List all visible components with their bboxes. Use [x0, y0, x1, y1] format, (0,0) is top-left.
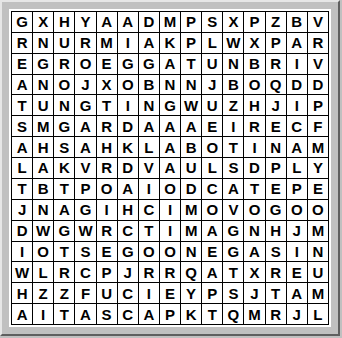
grid-cell-r13c2[interactable]: L: [33, 262, 53, 282]
grid-cell-r12c13[interactable]: S: [266, 242, 286, 262]
grid-cell-r3c7[interactable]: G: [139, 54, 159, 74]
grid-cell-r13c13[interactable]: R: [266, 262, 286, 282]
grid-cell-r11c12[interactable]: N: [244, 221, 264, 241]
grid-cell-r2c3[interactable]: U: [54, 33, 74, 53]
grid-cell-r14c3[interactable]: Z: [54, 283, 74, 303]
grid-cell-r15c7[interactable]: A: [139, 304, 159, 324]
grid-cell-r13c9[interactable]: Q: [181, 262, 201, 282]
grid-cell-r1c2[interactable]: X: [33, 12, 53, 32]
grid-cell-r7c15[interactable]: M: [308, 137, 328, 157]
grid-cell-r13c14[interactable]: E: [287, 262, 307, 282]
grid-cell-r11c14[interactable]: J: [287, 221, 307, 241]
grid-cell-r1c7[interactable]: D: [139, 12, 159, 32]
grid-cell-r12c7[interactable]: O: [139, 242, 159, 262]
grid-cell-r13c15[interactable]: U: [308, 262, 328, 282]
grid-cell-r13c8[interactable]: R: [160, 262, 180, 282]
grid-cell-r5c15[interactable]: P: [308, 95, 328, 115]
grid-cell-r1c4[interactable]: Y: [75, 12, 95, 32]
grid-cell-r14c11[interactable]: S: [223, 283, 243, 303]
grid-cell-r14c5[interactable]: U: [97, 283, 117, 303]
grid-cell-r8c14[interactable]: L: [287, 158, 307, 178]
grid-cell-r11c5[interactable]: R: [97, 221, 117, 241]
grid-cell-r6c4[interactable]: A: [75, 116, 95, 136]
grid-cell-r13c11[interactable]: T: [223, 262, 243, 282]
grid-cell-r15c13[interactable]: R: [266, 304, 286, 324]
grid-cell-r12c4[interactable]: S: [75, 242, 95, 262]
grid-cell-r7c6[interactable]: K: [118, 137, 138, 157]
grid-cell-r4c12[interactable]: O: [244, 75, 264, 95]
grid-cell-r12c14[interactable]: I: [287, 242, 307, 262]
grid-cell-r10c15[interactable]: O: [308, 200, 328, 220]
grid-cell-r12c15[interactable]: N: [308, 242, 328, 262]
grid-cell-r12c9[interactable]: N: [181, 242, 201, 262]
grid-cell-r10c6[interactable]: H: [118, 200, 138, 220]
grid-cell-r11c9[interactable]: M: [181, 221, 201, 241]
grid-cell-r9c3[interactable]: T: [54, 179, 74, 199]
grid-cell-r15c11[interactable]: Q: [223, 304, 243, 324]
grid-cell-r2c5[interactable]: M: [97, 33, 117, 53]
grid-cell-r13c7[interactable]: R: [139, 262, 159, 282]
grid-mat: GXHYAADMPSXPZBVRNURMIAKPLWXPAREGROEGGATU…: [9, 9, 331, 327]
grid-cell-r11c7[interactable]: T: [139, 221, 159, 241]
grid-cell-r9c6[interactable]: A: [118, 179, 138, 199]
grid-cell-r9c12[interactable]: T: [244, 179, 264, 199]
grid-cell-r12c8[interactable]: O: [160, 242, 180, 262]
grid-cell-r12c6[interactable]: G: [118, 242, 138, 262]
grid-cell-r5c3[interactable]: N: [54, 95, 74, 115]
grid-cell-r3c1[interactable]: E: [12, 54, 32, 74]
grid-cell-r14c9[interactable]: Y: [181, 283, 201, 303]
grid-cell-r13c4[interactable]: C: [75, 262, 95, 282]
grid-cell-r15c6[interactable]: C: [118, 304, 138, 324]
grid-cell-r9c1[interactable]: T: [12, 179, 32, 199]
grid-cell-r3c8[interactable]: A: [160, 54, 180, 74]
grid-cell-r4c15[interactable]: D: [308, 75, 328, 95]
grid-cell-r10c12[interactable]: O: [244, 200, 264, 220]
grid-cell-r12c10[interactable]: E: [202, 242, 222, 262]
grid-cell-r6c6[interactable]: D: [118, 116, 138, 136]
grid-cell-r8c7[interactable]: V: [139, 158, 159, 178]
grid-cell-r8c13[interactable]: P: [266, 158, 286, 178]
grid-cell-r6c3[interactable]: G: [54, 116, 74, 136]
grid-cell-r3c10[interactable]: U: [202, 54, 222, 74]
grid-cell-r8c5[interactable]: R: [97, 158, 117, 178]
grid-cell-r4c8[interactable]: N: [160, 75, 180, 95]
grid-cell-r7c1[interactable]: A: [12, 137, 32, 157]
grid-cell-r8c1[interactable]: L: [12, 158, 32, 178]
grid-cell-r11c4[interactable]: W: [75, 221, 95, 241]
grid-cell-r6c7[interactable]: A: [139, 116, 159, 136]
grid-cell-r14c12[interactable]: J: [244, 283, 264, 303]
grid-cell-r10c2[interactable]: N: [33, 200, 53, 220]
grid-cell-r13c6[interactable]: J: [118, 262, 138, 282]
grid-cell-r2c1[interactable]: R: [12, 33, 32, 53]
grid-cell-r4c11[interactable]: B: [223, 75, 243, 95]
grid-cell-r11c13[interactable]: H: [266, 221, 286, 241]
grid-cell-r2c13[interactable]: P: [266, 33, 286, 53]
grid-cell-r12c5[interactable]: E: [97, 242, 117, 262]
puzzle-frame: GXHYAADMPSXPZBVRNURMIAKPLWXPAREGROEGGATU…: [0, 0, 342, 338]
grid-cell-r4c3[interactable]: O: [54, 75, 74, 95]
grid-cell-r2c7[interactable]: A: [139, 33, 159, 53]
grid-cell-r14c2[interactable]: Z: [33, 283, 53, 303]
grid-cell-r3c5[interactable]: E: [97, 54, 117, 74]
grid-cell-r7c14[interactable]: A: [287, 137, 307, 157]
grid-cell-r8c15[interactable]: Y: [308, 158, 328, 178]
grid-cell-r10c1[interactable]: J: [12, 200, 32, 220]
grid-cell-r4c5[interactable]: X: [97, 75, 117, 95]
grid-cell-r15c15[interactable]: L: [308, 304, 328, 324]
grid-cell-r13c3[interactable]: R: [54, 262, 74, 282]
grid-cell-r14c14[interactable]: A: [287, 283, 307, 303]
grid-cell-r8c10[interactable]: L: [202, 158, 222, 178]
grid-cell-r11c1[interactable]: D: [12, 221, 32, 241]
grid-cell-r5c2[interactable]: U: [33, 95, 53, 115]
grid-cell-r3c14[interactable]: I: [287, 54, 307, 74]
grid-cell-r5c7[interactable]: N: [139, 95, 159, 115]
grid-cell-r4c1[interactable]: A: [12, 75, 32, 95]
grid-cell-r11c11[interactable]: G: [223, 221, 243, 241]
grid-cell-r7c4[interactable]: A: [75, 137, 95, 157]
grid-cell-r10c8[interactable]: I: [160, 200, 180, 220]
grid-cell-r8c2[interactable]: A: [33, 158, 53, 178]
grid-cell-r5c1[interactable]: T: [12, 95, 32, 115]
grid-cell-r5c8[interactable]: G: [160, 95, 180, 115]
grid-cell-r2c11[interactable]: W: [223, 33, 243, 53]
grid-cell-r5c13[interactable]: J: [266, 95, 286, 115]
grid-cell-r5c10[interactable]: U: [202, 95, 222, 115]
grid-cell-r2c10[interactable]: L: [202, 33, 222, 53]
grid-cell-r10c10[interactable]: O: [202, 200, 222, 220]
grid-cell-r3c13[interactable]: R: [266, 54, 286, 74]
grid-cell-r1c1[interactable]: G: [12, 12, 32, 32]
grid-cell-r3c3[interactable]: R: [54, 54, 74, 74]
grid-cell-r12c2[interactable]: O: [33, 242, 53, 262]
grid-cell-r9c15[interactable]: E: [308, 179, 328, 199]
grid-cell-r2c6[interactable]: I: [118, 33, 138, 53]
grid-cell-r2c2[interactable]: N: [33, 33, 53, 53]
grid-cell-r1c11[interactable]: X: [223, 12, 243, 32]
grid-cell-r10c5[interactable]: I: [97, 200, 117, 220]
grid-cell-r1c6[interactable]: A: [118, 12, 138, 32]
grid-cell-r2c15[interactable]: R: [308, 33, 328, 53]
grid-cell-r7c9[interactable]: B: [181, 137, 201, 157]
grid-cell-r13c5[interactable]: P: [97, 262, 117, 282]
grid-cell-r1c14[interactable]: B: [287, 12, 307, 32]
grid-cell-r6c5[interactable]: R: [97, 116, 117, 136]
grid-cell-r11c15[interactable]: M: [308, 221, 328, 241]
grid-cell-r2c9[interactable]: P: [181, 33, 201, 53]
grid-cell-r6c11[interactable]: I: [223, 116, 243, 136]
grid-cell-r3c2[interactable]: G: [33, 54, 53, 74]
grid-cell-r5c4[interactable]: G: [75, 95, 95, 115]
grid-cell-r15c5[interactable]: S: [97, 304, 117, 324]
grid-cell-r9c4[interactable]: P: [75, 179, 95, 199]
grid-cell-r1c15[interactable]: V: [308, 12, 328, 32]
puzzle-frame-bevel: GXHYAADMPSXPZBVRNURMIAKPLWXPAREGROEGGATU…: [0, 0, 340, 336]
grid-cell-r3c9[interactable]: T: [181, 54, 201, 74]
grid-cell-r15c8[interactable]: P: [160, 304, 180, 324]
grid-cell-r15c4[interactable]: A: [75, 304, 95, 324]
grid-cell-r15c14[interactable]: J: [287, 304, 307, 324]
grid-cell-r7c11[interactable]: T: [223, 137, 243, 157]
grid-cell-r10c14[interactable]: O: [287, 200, 307, 220]
grid-cell-r1c12[interactable]: P: [244, 12, 264, 32]
grid-cell-r7c5[interactable]: H: [97, 137, 117, 157]
grid-cell-r6c2[interactable]: M: [33, 116, 53, 136]
grid-cell-r8c12[interactable]: D: [244, 158, 264, 178]
grid-cell-r14c13[interactable]: T: [266, 283, 286, 303]
grid-cell-r6c1[interactable]: S: [12, 116, 32, 136]
grid-cell-r5c14[interactable]: I: [287, 95, 307, 115]
grid-cell-r1c8[interactable]: M: [160, 12, 180, 32]
grid-cell-r6c8[interactable]: A: [160, 116, 180, 136]
grid-cell-r2c4[interactable]: R: [75, 33, 95, 53]
grid-cell-r14c10[interactable]: P: [202, 283, 222, 303]
grid-cell-r12c3[interactable]: T: [54, 242, 74, 262]
grid-cell-r9c13[interactable]: E: [266, 179, 286, 199]
grid-cell-r6c15[interactable]: F: [308, 116, 328, 136]
grid-cell-r8c11[interactable]: S: [223, 158, 243, 178]
grid-cell-r1c5[interactable]: A: [97, 12, 117, 32]
grid-cell-r14c7[interactable]: I: [139, 283, 159, 303]
grid-cell-r10c13[interactable]: G: [266, 200, 286, 220]
grid-cell-r5c12[interactable]: H: [244, 95, 264, 115]
grid-cell-r7c12[interactable]: I: [244, 137, 264, 157]
grid-cell-r11c2[interactable]: W: [33, 221, 53, 241]
grid-cell-r15c9[interactable]: K: [181, 304, 201, 324]
grid-cell-r2c12[interactable]: X: [244, 33, 264, 53]
grid-cell-r9c9[interactable]: D: [181, 179, 201, 199]
grid-cell-r7c2[interactable]: H: [33, 137, 53, 157]
grid-cell-r10c3[interactable]: A: [54, 200, 74, 220]
grid-cell-r3c11[interactable]: N: [223, 54, 243, 74]
grid-cell-r7c3[interactable]: S: [54, 137, 74, 157]
grid-cell-r10c11[interactable]: V: [223, 200, 243, 220]
grid-cell-r7c7[interactable]: L: [139, 137, 159, 157]
grid-cell-r4c4[interactable]: J: [75, 75, 95, 95]
grid-cell-r3c6[interactable]: G: [118, 54, 138, 74]
grid-cell-r4c2[interactable]: N: [33, 75, 53, 95]
grid-cell-r11c6[interactable]: C: [118, 221, 138, 241]
grid-cell-r8c6[interactable]: D: [118, 158, 138, 178]
grid-cell-r9c2[interactable]: B: [33, 179, 53, 199]
grid-cell-r15c1[interactable]: A: [12, 304, 32, 324]
grid-cell-r11c8[interactable]: I: [160, 221, 180, 241]
grid-cell-r9c14[interactable]: P: [287, 179, 307, 199]
grid-cell-r12c12[interactable]: A: [244, 242, 264, 262]
grid-cell-r11c3[interactable]: G: [54, 221, 74, 241]
grid-cell-r5c11[interactable]: Z: [223, 95, 243, 115]
grid-cell-r14c6[interactable]: C: [118, 283, 138, 303]
grid-cell-r9c11[interactable]: A: [223, 179, 243, 199]
grid-cell-r6c9[interactable]: A: [181, 116, 201, 136]
grid-cell-r3c15[interactable]: V: [308, 54, 328, 74]
grid-cell-r6c13[interactable]: E: [266, 116, 286, 136]
grid-cell-r7c13[interactable]: N: [266, 137, 286, 157]
grid-cell-r3c4[interactable]: O: [75, 54, 95, 74]
grid-cell-r13c1[interactable]: W: [12, 262, 32, 282]
grid-cell-r13c10[interactable]: A: [202, 262, 222, 282]
grid-cell-r14c1[interactable]: H: [12, 283, 32, 303]
grid-cell-r6c10[interactable]: E: [202, 116, 222, 136]
grid-cell-r4c6[interactable]: O: [118, 75, 138, 95]
grid-cell-r7c8[interactable]: A: [160, 137, 180, 157]
grid-cell-r13c12[interactable]: X: [244, 262, 264, 282]
grid-cell-r4c14[interactable]: D: [287, 75, 307, 95]
grid-cell-r15c12[interactable]: M: [244, 304, 264, 324]
grid-cell-r8c4[interactable]: V: [75, 158, 95, 178]
grid-cell-r14c4[interactable]: F: [75, 283, 95, 303]
grid-cell-r4c10[interactable]: J: [202, 75, 222, 95]
grid-cell-r9c10[interactable]: C: [202, 179, 222, 199]
grid-cell-r2c8[interactable]: K: [160, 33, 180, 53]
grid-cell-r1c9[interactable]: P: [181, 12, 201, 32]
word-search-grid: GXHYAADMPSXPZBVRNURMIAKPLWXPAREGROEGGATU…: [11, 11, 329, 325]
grid-cell-r10c9[interactable]: M: [181, 200, 201, 220]
grid-cell-r15c2[interactable]: I: [33, 304, 53, 324]
grid-cell-r8c3[interactable]: K: [54, 158, 74, 178]
grid-cell-r8c9[interactable]: U: [181, 158, 201, 178]
grid-cell-r6c12[interactable]: R: [244, 116, 264, 136]
grid-cell-r15c3[interactable]: T: [54, 304, 74, 324]
grid-cell-r4c7[interactable]: B: [139, 75, 159, 95]
grid-cell-r7c10[interactable]: O: [202, 137, 222, 157]
grid-cell-r5c9[interactable]: W: [181, 95, 201, 115]
grid-cell-r1c3[interactable]: H: [54, 12, 74, 32]
grid-cell-r1c13[interactable]: Z: [266, 12, 286, 32]
grid-cell-r6c14[interactable]: C: [287, 116, 307, 136]
grid-cell-r4c9[interactable]: N: [181, 75, 201, 95]
grid-cell-r5c5[interactable]: T: [97, 95, 117, 115]
grid-cell-r5c6[interactable]: I: [118, 95, 138, 115]
grid-cell-r12c1[interactable]: I: [12, 242, 32, 262]
grid-cell-r4c13[interactable]: Q: [266, 75, 286, 95]
grid-cell-r1c10[interactable]: S: [202, 12, 222, 32]
grid-cell-r14c8[interactable]: E: [160, 283, 180, 303]
grid-cell-r12c11[interactable]: G: [223, 242, 243, 262]
grid-cell-r10c4[interactable]: G: [75, 200, 95, 220]
grid-cell-r9c7[interactable]: I: [139, 179, 159, 199]
grid-cell-r9c5[interactable]: O: [97, 179, 117, 199]
grid-cell-r3c12[interactable]: B: [244, 54, 264, 74]
grid-cell-r15c10[interactable]: T: [202, 304, 222, 324]
grid-cell-r14c15[interactable]: M: [308, 283, 328, 303]
grid-cell-r2c14[interactable]: A: [287, 33, 307, 53]
grid-cell-r9c8[interactable]: O: [160, 179, 180, 199]
grid-cell-r8c8[interactable]: A: [160, 158, 180, 178]
grid-cell-r11c10[interactable]: A: [202, 221, 222, 241]
grid-cell-r10c7[interactable]: C: [139, 200, 159, 220]
